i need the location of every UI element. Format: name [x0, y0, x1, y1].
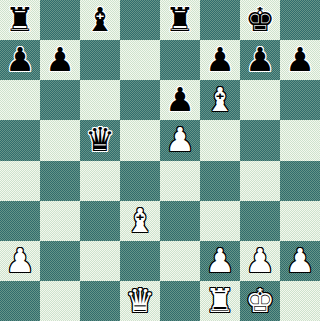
square-g4[interactable]: [240, 161, 280, 201]
square-f5[interactable]: [200, 120, 240, 160]
white-pawn[interactable]: ♟: [0, 241, 40, 281]
square-a7[interactable]: ♟: [0, 40, 40, 80]
black-pawn[interactable]: ♟: [280, 40, 320, 80]
square-g1[interactable]: ♚: [240, 281, 280, 321]
square-d8[interactable]: [120, 0, 160, 40]
square-c8[interactable]: ♝: [80, 0, 120, 40]
square-c5[interactable]: ♛: [80, 120, 120, 160]
square-c6[interactable]: [80, 80, 120, 120]
square-d1[interactable]: ♛: [120, 281, 160, 321]
square-e1[interactable]: [160, 281, 200, 321]
square-f3[interactable]: [200, 201, 240, 241]
square-a2[interactable]: ♟: [0, 241, 40, 281]
square-g3[interactable]: [240, 201, 280, 241]
square-f7[interactable]: ♟: [200, 40, 240, 80]
white-bishop[interactable]: ♝: [120, 201, 160, 241]
square-g6[interactable]: [240, 80, 280, 120]
square-e3[interactable]: [160, 201, 200, 241]
square-a1[interactable]: [0, 281, 40, 321]
square-c1[interactable]: [80, 281, 120, 321]
square-b4[interactable]: [40, 161, 80, 201]
black-pawn[interactable]: ♟: [160, 80, 200, 120]
square-b6[interactable]: [40, 80, 80, 120]
black-rook[interactable]: ♜: [0, 0, 40, 40]
square-e7[interactable]: [160, 40, 200, 80]
square-b2[interactable]: [40, 241, 80, 281]
square-b7[interactable]: ♟: [40, 40, 80, 80]
square-d6[interactable]: [120, 80, 160, 120]
square-a6[interactable]: [0, 80, 40, 120]
square-d2[interactable]: [120, 241, 160, 281]
square-c7[interactable]: [80, 40, 120, 80]
square-b3[interactable]: [40, 201, 80, 241]
square-b1[interactable]: [40, 281, 80, 321]
square-h1[interactable]: [280, 281, 320, 321]
white-rook[interactable]: ♜: [200, 281, 240, 321]
black-queen[interactable]: ♛: [80, 120, 120, 160]
square-f8[interactable]: [200, 0, 240, 40]
square-e5[interactable]: ♟: [160, 120, 200, 160]
square-e2[interactable]: [160, 241, 200, 281]
square-g8[interactable]: ♚: [240, 0, 280, 40]
square-d5[interactable]: [120, 120, 160, 160]
square-f2[interactable]: ♟: [200, 241, 240, 281]
white-pawn[interactable]: ♟: [160, 120, 200, 160]
black-pawn[interactable]: ♟: [200, 40, 240, 80]
square-b8[interactable]: [40, 0, 80, 40]
white-pawn[interactable]: ♟: [200, 241, 240, 281]
square-c4[interactable]: [80, 161, 120, 201]
square-e6[interactable]: ♟: [160, 80, 200, 120]
square-c3[interactable]: [80, 201, 120, 241]
square-h5[interactable]: [280, 120, 320, 160]
square-h4[interactable]: [280, 161, 320, 201]
square-d3[interactable]: ♝: [120, 201, 160, 241]
white-queen[interactable]: ♛: [120, 281, 160, 321]
white-king[interactable]: ♚: [240, 281, 280, 321]
square-a5[interactable]: [0, 120, 40, 160]
square-f4[interactable]: [200, 161, 240, 201]
square-a3[interactable]: [0, 201, 40, 241]
square-e8[interactable]: ♜: [160, 0, 200, 40]
square-e4[interactable]: [160, 161, 200, 201]
square-d7[interactable]: [120, 40, 160, 80]
chess-board: ♜♝♜♚♟♟♟♟♟♟♝♛♟♝♟♟♟♟♛♜♚: [0, 0, 320, 321]
white-pawn[interactable]: ♟: [280, 241, 320, 281]
square-g5[interactable]: [240, 120, 280, 160]
black-bishop[interactable]: ♝: [80, 0, 120, 40]
white-pawn[interactable]: ♟: [240, 241, 280, 281]
square-g2[interactable]: ♟: [240, 241, 280, 281]
white-bishop[interactable]: ♝: [200, 80, 240, 120]
square-b5[interactable]: [40, 120, 80, 160]
black-pawn[interactable]: ♟: [0, 40, 40, 80]
black-pawn[interactable]: ♟: [40, 40, 80, 80]
square-a4[interactable]: [0, 161, 40, 201]
square-h8[interactable]: [280, 0, 320, 40]
square-h6[interactable]: [280, 80, 320, 120]
square-g7[interactable]: ♟: [240, 40, 280, 80]
square-a8[interactable]: ♜: [0, 0, 40, 40]
black-rook[interactable]: ♜: [160, 0, 200, 40]
square-h3[interactable]: [280, 201, 320, 241]
square-c2[interactable]: [80, 241, 120, 281]
black-king[interactable]: ♚: [240, 0, 280, 40]
square-f1[interactable]: ♜: [200, 281, 240, 321]
square-h7[interactable]: ♟: [280, 40, 320, 80]
black-pawn[interactable]: ♟: [240, 40, 280, 80]
square-d4[interactable]: [120, 161, 160, 201]
square-h2[interactable]: ♟: [280, 241, 320, 281]
square-f6[interactable]: ♝: [200, 80, 240, 120]
